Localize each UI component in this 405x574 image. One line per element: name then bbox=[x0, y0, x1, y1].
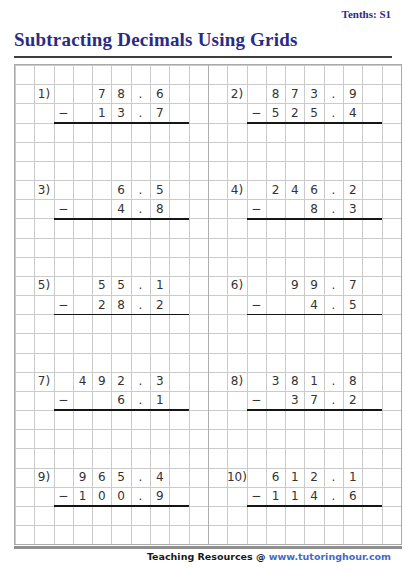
subtrahend-digit-cell: 6 bbox=[112, 391, 131, 410]
answer-line bbox=[247, 122, 382, 124]
minuend-digit-cell: . bbox=[131, 276, 150, 295]
minuend-digit-cell: 2 bbox=[112, 372, 131, 391]
minus-sign: − bbox=[247, 295, 266, 314]
subtrahend-digit-cell: 9 bbox=[150, 487, 169, 506]
minuend-digit-cell: 4 bbox=[285, 180, 304, 199]
subtrahend-digit-cell: 1 bbox=[92, 103, 111, 122]
subtrahend-digit-cell: . bbox=[324, 391, 343, 410]
minus-sign: − bbox=[54, 295, 73, 314]
minuend-digit-cell: 8 bbox=[285, 372, 304, 391]
subtrahend-digit-cell: 7 bbox=[150, 103, 169, 122]
subtrahend-digit-cell: . bbox=[131, 295, 150, 314]
footer-text: Teaching Resources @ bbox=[147, 551, 269, 562]
subtrahend-digit-cell: 8 bbox=[150, 199, 169, 218]
minuend-digit-cell: 6 bbox=[305, 180, 324, 199]
answer-line bbox=[54, 314, 189, 316]
minuend-digit-cell: 9 bbox=[92, 372, 111, 391]
subtrahend-digit-cell: 8 bbox=[305, 199, 324, 218]
minuend-digit-cell: 6 bbox=[92, 468, 111, 487]
subtrahend-digit-cell: . bbox=[131, 391, 150, 410]
minus-sign: − bbox=[247, 391, 266, 410]
subtrahend-digit-cell: . bbox=[131, 103, 150, 122]
subtrahend-digit-cell: . bbox=[324, 295, 343, 314]
subtrahend-digit-cell: 2 bbox=[343, 391, 362, 410]
minuend-digit-cell: 8 bbox=[112, 84, 131, 103]
subtrahend-digit-cell: 5 bbox=[305, 103, 324, 122]
problem-label: 8) bbox=[227, 372, 246, 391]
problem-label: 7) bbox=[34, 372, 53, 391]
subtrahend-digit-cell: 8 bbox=[112, 295, 131, 314]
subtrahend-digit-cell: 3 bbox=[285, 391, 304, 410]
problem-label: 9) bbox=[34, 468, 53, 487]
answer-line bbox=[54, 409, 189, 411]
problem-label: 10) bbox=[227, 468, 246, 487]
minus-sign: − bbox=[54, 199, 73, 218]
footer: Teaching Resources @ www.tutoringhour.co… bbox=[147, 551, 391, 562]
answer-line bbox=[247, 218, 382, 220]
tutoringhour-link[interactable]: www.tutoringhour.com bbox=[269, 551, 391, 562]
subtrahend-digit-cell: 2 bbox=[92, 295, 111, 314]
minus-sign: − bbox=[247, 103, 266, 122]
minuend-digit-cell: 5 bbox=[112, 276, 131, 295]
minuend-digit-cell: . bbox=[324, 84, 343, 103]
subtrahend-digit-cell: 1 bbox=[266, 487, 285, 506]
subtrahend-digit-cell: . bbox=[131, 199, 150, 218]
minuend-digit-cell: . bbox=[324, 180, 343, 199]
minuend-digit-cell: 5 bbox=[92, 276, 111, 295]
problem-label: 5) bbox=[34, 276, 53, 295]
subtrahend-digit-cell: 4 bbox=[305, 295, 324, 314]
subtrahend-digit-cell: 1 bbox=[150, 391, 169, 410]
minuend-digit-cell: 6 bbox=[266, 468, 285, 487]
minuend-digit-cell: 5 bbox=[150, 180, 169, 199]
minuend-digit-cell: 8 bbox=[343, 372, 362, 391]
minuend-digit-cell: 1 bbox=[343, 468, 362, 487]
minuend-digit-cell: 2 bbox=[305, 468, 324, 487]
minuend-digit-cell: 3 bbox=[305, 84, 324, 103]
minuend-digit-cell: . bbox=[131, 84, 150, 103]
minuend-digit-cell: 9 bbox=[73, 468, 92, 487]
subtrahend-digit-cell: 5 bbox=[266, 103, 285, 122]
worksheet-page: Tenths: S1 Subtracting Decimals Using Gr… bbox=[0, 0, 405, 574]
minuend-digit-cell: 2 bbox=[266, 180, 285, 199]
minuend-digit-cell: . bbox=[324, 276, 343, 295]
problem-label: 6) bbox=[227, 276, 246, 295]
footer-divider bbox=[14, 546, 402, 549]
subtrahend-digit-cell: 4 bbox=[343, 103, 362, 122]
subtrahend-digit-cell: 1 bbox=[73, 487, 92, 506]
minuend-digit-cell: 1 bbox=[285, 468, 304, 487]
subtrahend-digit-cell: 2 bbox=[150, 295, 169, 314]
minuend-digit-cell: 1 bbox=[305, 372, 324, 391]
minuend-digit-cell: 6 bbox=[150, 84, 169, 103]
answer-line bbox=[54, 218, 189, 220]
minuend-digit-cell: 3 bbox=[150, 372, 169, 391]
subtrahend-digit-cell: 4 bbox=[112, 199, 131, 218]
subtrahend-digit-cell: 2 bbox=[285, 103, 304, 122]
problem-label: 1) bbox=[34, 84, 53, 103]
subtrahend-digit-cell: 1 bbox=[285, 487, 304, 506]
answer-line bbox=[247, 505, 382, 507]
subtrahend-digit-cell: . bbox=[131, 487, 150, 506]
subtrahend-digit-cell: 0 bbox=[112, 487, 131, 506]
page-title: Subtracting Decimals Using Grids bbox=[14, 29, 298, 51]
minuend-digit-cell: 3 bbox=[266, 372, 285, 391]
minus-sign: − bbox=[247, 199, 266, 218]
minuend-digit-cell: . bbox=[131, 372, 150, 391]
minuend-digit-cell: 5 bbox=[112, 468, 131, 487]
minus-sign: − bbox=[247, 487, 266, 506]
minus-sign: − bbox=[54, 103, 73, 122]
column-divider bbox=[208, 65, 209, 544]
minuend-digit-cell: . bbox=[324, 372, 343, 391]
problem-label: 2) bbox=[227, 84, 246, 103]
subtrahend-digit-cell: 5 bbox=[343, 295, 362, 314]
subtrahend-digit-cell: . bbox=[324, 103, 343, 122]
subtrahend-digit-cell: 0 bbox=[92, 487, 111, 506]
minuend-digit-cell: 4 bbox=[150, 468, 169, 487]
answer-line bbox=[54, 122, 189, 124]
subtrahend-digit-cell: . bbox=[324, 487, 343, 506]
answer-line bbox=[247, 409, 382, 411]
subtrahend-digit-cell: 3 bbox=[112, 103, 131, 122]
subtrahend-digit-cell: 4 bbox=[305, 487, 324, 506]
minuend-digit-cell: . bbox=[131, 468, 150, 487]
worksheet-level-badge: Tenths: S1 bbox=[342, 8, 391, 20]
minuend-digit-cell: 6 bbox=[112, 180, 131, 199]
minuend-digit-cell: 7 bbox=[343, 276, 362, 295]
minuend-digit-cell: 7 bbox=[285, 84, 304, 103]
problem-label: 4) bbox=[227, 180, 246, 199]
subtrahend-digit-cell: . bbox=[324, 199, 343, 218]
minuend-digit-cell: 9 bbox=[305, 276, 324, 295]
title-divider bbox=[14, 56, 392, 58]
minuend-digit-cell: . bbox=[324, 468, 343, 487]
answer-line bbox=[54, 505, 189, 507]
minuend-digit-cell: 8 bbox=[266, 84, 285, 103]
minus-sign: − bbox=[54, 391, 73, 410]
minuend-digit-cell: . bbox=[131, 180, 150, 199]
minuend-digit-cell: 1 bbox=[150, 276, 169, 295]
subtrahend-digit-cell: 3 bbox=[343, 199, 362, 218]
minuend-digit-cell: 9 bbox=[285, 276, 304, 295]
minuend-digit-cell: 4 bbox=[73, 372, 92, 391]
subtrahend-digit-cell: 6 bbox=[343, 487, 362, 506]
subtrahend-digit-cell: 7 bbox=[305, 391, 324, 410]
problem-label: 3) bbox=[34, 180, 53, 199]
minus-sign: − bbox=[54, 487, 73, 506]
minuend-digit-cell: 7 bbox=[92, 84, 111, 103]
worksheet-grid: 1)−78.613.72)−873.9525.43)−6.54.84)−246.… bbox=[14, 64, 402, 545]
minuend-digit-cell: 9 bbox=[343, 84, 362, 103]
minuend-digit-cell: 2 bbox=[343, 180, 362, 199]
answer-line bbox=[247, 314, 382, 316]
